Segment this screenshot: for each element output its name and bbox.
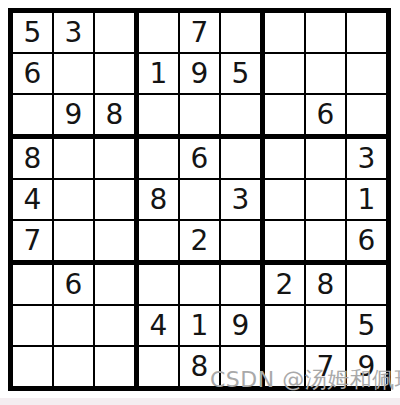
cell-r8c1 <box>13 306 54 347</box>
cell-r7c8: 8 <box>306 265 347 306</box>
cell-r9c2 <box>54 347 95 386</box>
cell-r7c9 <box>347 265 386 306</box>
cell-r4c7 <box>265 139 306 180</box>
cell-r1c9 <box>347 13 386 54</box>
cell-r5c8 <box>306 180 347 221</box>
cell-r6c5: 2 <box>180 221 221 265</box>
cell-r7c5 <box>180 265 221 306</box>
cell-r7c2: 6 <box>54 265 95 306</box>
cell-r5c9: 1 <box>347 180 386 221</box>
cell-r9c1 <box>13 347 54 386</box>
cell-r2c3 <box>95 54 139 95</box>
cell-r1c6 <box>221 13 265 54</box>
cell-r3c7 <box>265 95 306 139</box>
sudoku-image: 537619598686348317266284195879 CSDN @汤姆和… <box>0 0 400 405</box>
cell-r8c8 <box>306 306 347 347</box>
cell-r3c9 <box>347 95 386 139</box>
cell-r4c2 <box>54 139 95 180</box>
cell-r2c8 <box>306 54 347 95</box>
cell-r6c7 <box>265 221 306 265</box>
cell-r5c5 <box>180 180 221 221</box>
cell-r2c5: 9 <box>180 54 221 95</box>
cell-r1c5: 7 <box>180 13 221 54</box>
cell-r5c2 <box>54 180 95 221</box>
cell-r8c5: 1 <box>180 306 221 347</box>
cell-r3c8: 6 <box>306 95 347 139</box>
cell-r6c2 <box>54 221 95 265</box>
cell-r3c2: 9 <box>54 95 95 139</box>
cell-r2c4: 1 <box>139 54 180 95</box>
cell-r8c9: 5 <box>347 306 386 347</box>
cell-r7c6 <box>221 265 265 306</box>
cell-r3c6 <box>221 95 265 139</box>
cell-r2c7 <box>265 54 306 95</box>
cell-r8c3 <box>95 306 139 347</box>
cell-r5c4: 8 <box>139 180 180 221</box>
cell-r6c6 <box>221 221 265 265</box>
cell-r7c4 <box>139 265 180 306</box>
bottom-strip <box>0 398 400 405</box>
cell-r2c6: 5 <box>221 54 265 95</box>
cell-r9c4 <box>139 347 180 386</box>
cell-r6c3 <box>95 221 139 265</box>
watermark-text: CSDN @汤姆和佩琦 <box>210 368 400 392</box>
cell-r1c8 <box>306 13 347 54</box>
cell-r1c3 <box>95 13 139 54</box>
cell-r1c1: 5 <box>13 13 54 54</box>
cell-r9c3 <box>95 347 139 386</box>
cell-r1c7 <box>265 13 306 54</box>
cell-r5c7 <box>265 180 306 221</box>
cell-r5c3 <box>95 180 139 221</box>
cell-r8c7 <box>265 306 306 347</box>
cell-r8c4: 4 <box>139 306 180 347</box>
cell-r7c3 <box>95 265 139 306</box>
cell-r3c1 <box>13 95 54 139</box>
cell-r6c9: 6 <box>347 221 386 265</box>
cell-r4c1: 8 <box>13 139 54 180</box>
cell-r8c6: 9 <box>221 306 265 347</box>
cell-r4c3 <box>95 139 139 180</box>
cell-r7c1 <box>13 265 54 306</box>
cell-r3c3: 8 <box>95 95 139 139</box>
cell-r6c8 <box>306 221 347 265</box>
cell-r2c2 <box>54 54 95 95</box>
cell-r4c9: 3 <box>347 139 386 180</box>
cell-r6c1: 7 <box>13 221 54 265</box>
cell-r3c5 <box>180 95 221 139</box>
cell-r3c4 <box>139 95 180 139</box>
cell-r2c9 <box>347 54 386 95</box>
cell-r2c1: 6 <box>13 54 54 95</box>
cell-r1c4 <box>139 13 180 54</box>
cell-r4c4 <box>139 139 180 180</box>
cell-r4c5: 6 <box>180 139 221 180</box>
cell-r8c2 <box>54 306 95 347</box>
cell-r1c2: 3 <box>54 13 95 54</box>
cell-r4c6 <box>221 139 265 180</box>
sudoku-board: 537619598686348317266284195879 <box>8 8 391 391</box>
cell-r5c1: 4 <box>13 180 54 221</box>
cell-r5c6: 3 <box>221 180 265 221</box>
cell-r7c7: 2 <box>265 265 306 306</box>
cell-r4c8 <box>306 139 347 180</box>
cell-r6c4 <box>139 221 180 265</box>
